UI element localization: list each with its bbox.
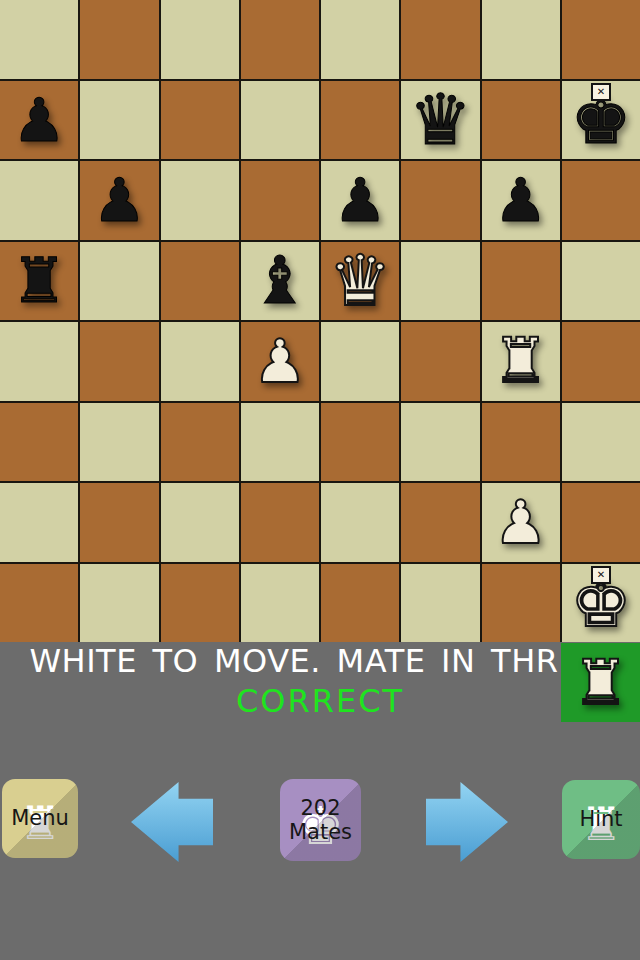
square-e4[interactable] <box>321 322 399 401</box>
puzzle-counter-button[interactable]: ♚ 202 Mates <box>280 779 361 861</box>
square-g3[interactable] <box>482 403 560 482</box>
piece-white-pawn[interactable]: ♟ <box>494 492 548 552</box>
square-a2[interactable] <box>0 483 78 562</box>
square-c8[interactable] <box>161 0 239 79</box>
hint-button[interactable]: ♜ Hint <box>562 780 640 859</box>
square-e1[interactable] <box>321 564 399 643</box>
square-h2[interactable] <box>562 483 640 562</box>
square-g7[interactable] <box>482 81 560 160</box>
square-e5[interactable]: ♛ <box>321 242 399 321</box>
result-message: CORRECT <box>0 682 640 720</box>
square-g4[interactable]: ♜ <box>482 322 560 401</box>
square-e2[interactable] <box>321 483 399 562</box>
piece-white-rook[interactable]: ♜ <box>493 330 549 392</box>
square-h5[interactable] <box>562 242 640 321</box>
square-b4[interactable] <box>80 322 158 401</box>
piece-black-queen[interactable]: ♛ <box>409 85 472 155</box>
square-b5[interactable] <box>80 242 158 321</box>
square-e6[interactable]: ♟ <box>321 161 399 240</box>
square-e7[interactable] <box>321 81 399 160</box>
piece-white-queen[interactable]: ♛ <box>329 246 392 316</box>
square-d3[interactable] <box>241 403 319 482</box>
square-d1[interactable] <box>241 564 319 643</box>
square-a5[interactable]: ♜ <box>0 242 78 321</box>
square-f8[interactable] <box>401 0 479 79</box>
square-b7[interactable] <box>80 81 158 160</box>
square-h1[interactable]: ♚✕ <box>562 564 640 643</box>
square-f3[interactable] <box>401 403 479 482</box>
square-a3[interactable] <box>0 403 78 482</box>
square-f4[interactable] <box>401 322 479 401</box>
square-h4[interactable] <box>562 322 640 401</box>
square-c5[interactable] <box>161 242 239 321</box>
piece-black-pawn[interactable]: ♟ <box>494 170 548 230</box>
square-c7[interactable] <box>161 81 239 160</box>
king-cross-marker-icon: ✕ <box>591 566 611 584</box>
square-g8[interactable] <box>482 0 560 79</box>
puzzle-count-label: Mates <box>289 820 352 844</box>
square-a6[interactable] <box>0 161 78 240</box>
prev-puzzle-button[interactable] <box>131 782 213 862</box>
piece-black-bishop[interactable]: ♝ <box>250 248 309 314</box>
square-g2[interactable]: ♟ <box>482 483 560 562</box>
square-d8[interactable] <box>241 0 319 79</box>
square-c6[interactable] <box>161 161 239 240</box>
menu-button-label: Menu <box>11 806 69 830</box>
piece-black-pawn[interactable]: ♟ <box>333 170 387 230</box>
square-h8[interactable] <box>562 0 640 79</box>
square-d2[interactable] <box>241 483 319 562</box>
piece-white-pawn[interactable]: ♟ <box>253 331 307 391</box>
square-f5[interactable] <box>401 242 479 321</box>
square-a4[interactable] <box>0 322 78 401</box>
square-a7[interactable]: ♟ <box>0 81 78 160</box>
square-h6[interactable] <box>562 161 640 240</box>
square-d6[interactable] <box>241 161 319 240</box>
square-a1[interactable] <box>0 564 78 643</box>
chess-puzzle-app: ♟♛♚✕♟♟♟♜♝♛♟♜♟♚✕ WHITE TO MOVE. MATE IN T… <box>0 0 640 960</box>
king-cross-marker-icon: ✕ <box>591 83 611 101</box>
square-g5[interactable] <box>482 242 560 321</box>
square-b6[interactable]: ♟ <box>80 161 158 240</box>
menu-button[interactable]: ♜ Menu <box>2 779 78 858</box>
square-b8[interactable] <box>80 0 158 79</box>
square-g6[interactable]: ♟ <box>482 161 560 240</box>
square-d4[interactable]: ♟ <box>241 322 319 401</box>
puzzle-count: 202 <box>300 796 340 820</box>
square-f1[interactable] <box>401 564 479 643</box>
square-d5[interactable]: ♝ <box>241 242 319 321</box>
square-f6[interactable] <box>401 161 479 240</box>
square-h3[interactable] <box>562 403 640 482</box>
square-b2[interactable] <box>80 483 158 562</box>
square-c2[interactable] <box>161 483 239 562</box>
square-g1[interactable] <box>482 564 560 643</box>
hint-button-label: Hint <box>579 807 622 831</box>
square-e3[interactable] <box>321 403 399 482</box>
square-a8[interactable] <box>0 0 78 79</box>
solution-square[interactable]: ♜ <box>561 643 640 722</box>
square-c1[interactable] <box>161 564 239 643</box>
piece-black-pawn[interactable]: ♟ <box>12 90 66 150</box>
square-f2[interactable] <box>401 483 479 562</box>
piece-black-rook[interactable]: ♜ <box>11 250 67 312</box>
square-h7[interactable]: ♚✕ <box>562 81 640 160</box>
white-rook-icon: ♜ <box>573 652 629 714</box>
piece-black-pawn[interactable]: ♟ <box>92 170 146 230</box>
square-e8[interactable] <box>321 0 399 79</box>
square-d7[interactable] <box>241 81 319 160</box>
square-f7[interactable]: ♛ <box>401 81 479 160</box>
square-b1[interactable] <box>80 564 158 643</box>
square-c3[interactable] <box>161 403 239 482</box>
next-puzzle-button[interactable] <box>426 782 508 862</box>
square-b3[interactable] <box>80 403 158 482</box>
status-message: WHITE TO MOVE. MATE IN THREE. <box>0 642 640 680</box>
chess-board: ♟♛♚✕♟♟♟♜♝♛♟♜♟♚✕ <box>0 0 640 642</box>
square-c4[interactable] <box>161 322 239 401</box>
